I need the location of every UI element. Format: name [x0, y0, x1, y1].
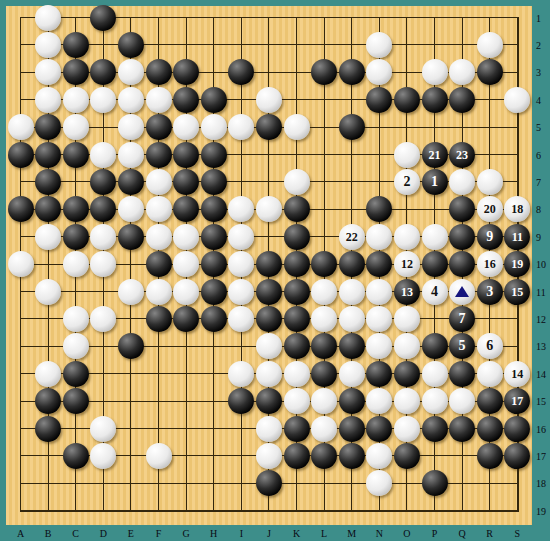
row-label: 13 [536, 341, 546, 352]
white-stone [118, 142, 144, 168]
white-stone [366, 306, 392, 332]
black-stone: 1 [422, 169, 448, 195]
column-label: D [100, 528, 107, 539]
black-stone [339, 416, 365, 442]
white-stone: 22 [339, 224, 365, 250]
black-stone: 23 [449, 142, 475, 168]
black-stone [146, 59, 172, 85]
white-stone [311, 306, 337, 332]
white-stone [228, 361, 254, 387]
move-number: 13 [401, 286, 413, 298]
grid-line-horizontal [20, 510, 519, 512]
black-stone: 11 [504, 224, 530, 250]
white-stone [366, 32, 392, 58]
go-board[interactable]: 2123212018229111216191343157561417 [6, 6, 532, 525]
white-stone [8, 114, 34, 140]
white-stone [146, 87, 172, 113]
white-stone [339, 361, 365, 387]
black-stone [201, 251, 227, 277]
column-label: L [321, 528, 327, 539]
white-stone [477, 32, 503, 58]
black-stone [311, 59, 337, 85]
white-stone [449, 279, 475, 305]
black-stone [173, 59, 199, 85]
black-stone [35, 142, 61, 168]
column-label: K [293, 528, 300, 539]
white-stone [256, 333, 282, 359]
white-stone [228, 114, 254, 140]
black-stone [339, 333, 365, 359]
white-stone [366, 333, 392, 359]
black-stone [449, 87, 475, 113]
black-stone [118, 32, 144, 58]
black-stone [449, 361, 475, 387]
white-stone [146, 169, 172, 195]
white-stone [90, 142, 116, 168]
move-number: 3 [486, 285, 493, 299]
black-stone [201, 87, 227, 113]
white-stone [35, 5, 61, 31]
black-stone [422, 333, 448, 359]
row-label: 19 [536, 505, 546, 516]
black-stone [477, 416, 503, 442]
white-stone [173, 251, 199, 277]
white-stone [394, 416, 420, 442]
white-stone [477, 169, 503, 195]
column-label: Q [458, 528, 465, 539]
black-stone: 3 [477, 279, 503, 305]
white-stone [228, 196, 254, 222]
move-number: 9 [486, 230, 493, 244]
white-stone [339, 279, 365, 305]
row-label: 12 [536, 313, 546, 324]
black-stone [35, 416, 61, 442]
white-stone [63, 251, 89, 277]
black-stone [284, 333, 310, 359]
black-stone [256, 470, 282, 496]
white-stone [35, 59, 61, 85]
black-stone [504, 416, 530, 442]
white-stone [35, 224, 61, 250]
white-stone [449, 169, 475, 195]
black-stone [394, 361, 420, 387]
column-label: O [403, 528, 410, 539]
move-number: 12 [401, 258, 413, 270]
white-stone [90, 224, 116, 250]
move-number: 2 [403, 175, 410, 189]
white-stone [63, 306, 89, 332]
black-stone [35, 169, 61, 195]
white-stone [284, 388, 310, 414]
black-stone [8, 196, 34, 222]
black-stone [201, 169, 227, 195]
black-stone [311, 361, 337, 387]
column-label: B [45, 528, 52, 539]
white-stone [63, 87, 89, 113]
white-stone [311, 388, 337, 414]
black-stone [201, 279, 227, 305]
white-stone [90, 306, 116, 332]
black-stone [311, 251, 337, 277]
row-label: 4 [536, 94, 541, 105]
black-stone [173, 306, 199, 332]
black-stone [90, 196, 116, 222]
black-stone [422, 87, 448, 113]
column-label: M [347, 528, 356, 539]
white-stone [366, 470, 392, 496]
white-stone [63, 114, 89, 140]
column-label: J [267, 528, 271, 539]
black-stone [339, 388, 365, 414]
row-label: 2 [536, 39, 541, 50]
black-stone [477, 443, 503, 469]
black-stone [284, 306, 310, 332]
move-number: 17 [511, 395, 523, 407]
black-stone [146, 114, 172, 140]
black-stone [256, 114, 282, 140]
row-label: 15 [536, 396, 546, 407]
black-stone [339, 443, 365, 469]
black-stone [35, 196, 61, 222]
white-stone: 12 [394, 251, 420, 277]
triangle-marker [455, 286, 469, 297]
white-stone: 14 [504, 361, 530, 387]
white-stone [394, 306, 420, 332]
black-stone: 19 [504, 251, 530, 277]
white-stone [146, 279, 172, 305]
white-stone [311, 416, 337, 442]
move-number: 7 [459, 312, 466, 326]
black-stone [201, 224, 227, 250]
white-stone [118, 196, 144, 222]
row-label: 8 [536, 204, 541, 215]
row-label: 7 [536, 176, 541, 187]
black-stone [339, 251, 365, 277]
black-stone [366, 196, 392, 222]
black-stone [63, 142, 89, 168]
white-stone [366, 443, 392, 469]
move-number: 11 [512, 231, 523, 243]
black-stone [63, 196, 89, 222]
black-stone [477, 59, 503, 85]
move-number: 20 [484, 203, 496, 215]
row-label: 9 [536, 231, 541, 242]
column-label: A [17, 528, 24, 539]
black-stone [284, 416, 310, 442]
black-stone [339, 114, 365, 140]
black-stone [284, 224, 310, 250]
white-stone [63, 333, 89, 359]
white-stone [366, 279, 392, 305]
black-stone [63, 388, 89, 414]
white-stone [504, 87, 530, 113]
black-stone [201, 142, 227, 168]
row-label: 1 [536, 12, 541, 23]
black-stone [63, 443, 89, 469]
black-stone [8, 142, 34, 168]
row-label: 10 [536, 259, 546, 270]
white-stone: 16 [477, 251, 503, 277]
black-stone [35, 388, 61, 414]
white-stone [90, 416, 116, 442]
white-stone [228, 306, 254, 332]
white-stone [256, 196, 282, 222]
white-stone [284, 361, 310, 387]
black-stone [284, 251, 310, 277]
black-stone [366, 361, 392, 387]
white-stone [118, 87, 144, 113]
black-stone [201, 306, 227, 332]
black-stone [256, 251, 282, 277]
column-label: S [515, 528, 521, 539]
column-label: G [182, 528, 189, 539]
row-label: 5 [536, 122, 541, 133]
white-stone: 18 [504, 196, 530, 222]
black-stone [449, 251, 475, 277]
black-stone [228, 388, 254, 414]
white-stone [228, 224, 254, 250]
white-stone [366, 388, 392, 414]
white-stone [256, 87, 282, 113]
move-number: 22 [346, 231, 358, 243]
black-stone [422, 470, 448, 496]
white-stone [422, 224, 448, 250]
black-stone [63, 224, 89, 250]
black-stone [422, 416, 448, 442]
white-stone [118, 114, 144, 140]
white-stone [146, 196, 172, 222]
column-label: F [156, 528, 162, 539]
black-stone [477, 388, 503, 414]
white-stone [8, 251, 34, 277]
white-stone [477, 361, 503, 387]
black-stone [173, 169, 199, 195]
column-label: I [240, 528, 243, 539]
white-stone [146, 443, 172, 469]
white-stone [35, 279, 61, 305]
black-stone [35, 114, 61, 140]
white-stone [90, 87, 116, 113]
white-stone [422, 388, 448, 414]
move-number: 21 [429, 149, 441, 161]
black-stone [63, 59, 89, 85]
black-stone: 15 [504, 279, 530, 305]
black-stone [173, 196, 199, 222]
white-stone [173, 224, 199, 250]
black-stone: 17 [504, 388, 530, 414]
white-stone [90, 251, 116, 277]
column-label: H [210, 528, 217, 539]
black-stone [284, 279, 310, 305]
black-stone [366, 87, 392, 113]
white-stone [228, 251, 254, 277]
black-stone [118, 169, 144, 195]
move-number: 16 [484, 258, 496, 270]
black-stone [256, 306, 282, 332]
black-stone [90, 5, 116, 31]
black-stone [311, 443, 337, 469]
move-number: 15 [511, 286, 523, 298]
black-stone [63, 32, 89, 58]
white-stone [256, 361, 282, 387]
black-stone [449, 196, 475, 222]
black-stone [228, 59, 254, 85]
white-stone [394, 142, 420, 168]
white-stone: 20 [477, 196, 503, 222]
white-stone [339, 306, 365, 332]
white-stone [173, 114, 199, 140]
black-stone [118, 224, 144, 250]
move-number: 1 [431, 175, 438, 189]
move-number: 19 [511, 258, 523, 270]
white-stone [366, 224, 392, 250]
black-stone [256, 388, 282, 414]
white-stone [118, 59, 144, 85]
white-stone [394, 224, 420, 250]
row-label: 14 [536, 368, 546, 379]
row-label: 16 [536, 423, 546, 434]
black-stone [146, 251, 172, 277]
white-stone [173, 279, 199, 305]
black-stone [422, 251, 448, 277]
go-board-diagram: 2123212018229111216191343157561417 ABCDE… [0, 0, 550, 541]
white-stone [146, 224, 172, 250]
white-stone [35, 361, 61, 387]
row-label: 6 [536, 149, 541, 160]
white-stone [449, 59, 475, 85]
black-stone [118, 333, 144, 359]
row-label: 17 [536, 450, 546, 461]
move-number: 18 [511, 203, 523, 215]
column-label: N [376, 528, 383, 539]
white-stone [366, 59, 392, 85]
white-stone [118, 279, 144, 305]
black-stone: 21 [422, 142, 448, 168]
black-stone [256, 279, 282, 305]
white-stone [228, 279, 254, 305]
black-stone [63, 361, 89, 387]
white-stone [311, 279, 337, 305]
row-label: 3 [536, 67, 541, 78]
move-number: 4 [431, 285, 438, 299]
black-stone [394, 87, 420, 113]
black-stone [339, 59, 365, 85]
black-stone [394, 443, 420, 469]
row-label: 18 [536, 478, 546, 489]
white-stone [256, 416, 282, 442]
white-stone [284, 114, 310, 140]
black-stone [366, 251, 392, 277]
column-label: C [72, 528, 79, 539]
black-stone [173, 142, 199, 168]
black-stone: 7 [449, 306, 475, 332]
column-label: E [128, 528, 134, 539]
move-number: 5 [459, 339, 466, 353]
grid-line-horizontal [20, 44, 519, 45]
black-stone [449, 416, 475, 442]
black-stone [146, 306, 172, 332]
black-stone: 5 [449, 333, 475, 359]
white-stone: 6 [477, 333, 503, 359]
white-stone [90, 443, 116, 469]
white-stone: 4 [422, 279, 448, 305]
white-stone [394, 388, 420, 414]
column-label: P [432, 528, 438, 539]
white-stone [284, 169, 310, 195]
row-label: 11 [536, 286, 546, 297]
white-stone [35, 87, 61, 113]
black-stone [284, 196, 310, 222]
black-stone [90, 59, 116, 85]
black-stone [311, 333, 337, 359]
white-stone [422, 59, 448, 85]
column-label: R [486, 528, 493, 539]
move-number: 14 [511, 368, 523, 380]
move-number: 23 [456, 149, 468, 161]
white-stone [35, 32, 61, 58]
black-stone [90, 169, 116, 195]
white-stone: 2 [394, 169, 420, 195]
black-stone [173, 87, 199, 113]
black-stone [146, 142, 172, 168]
black-stone [201, 196, 227, 222]
move-number: 6 [486, 339, 493, 353]
black-stone: 9 [477, 224, 503, 250]
white-stone [201, 114, 227, 140]
black-stone: 13 [394, 279, 420, 305]
white-stone [256, 443, 282, 469]
white-stone [394, 333, 420, 359]
white-stone [422, 361, 448, 387]
black-stone [366, 416, 392, 442]
black-stone [449, 224, 475, 250]
black-stone [504, 443, 530, 469]
black-stone [284, 443, 310, 469]
white-stone [449, 388, 475, 414]
